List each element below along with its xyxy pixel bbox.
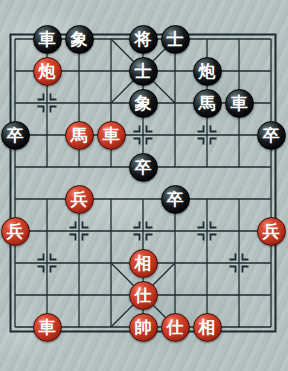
black-soldier[interactable]: 卒	[161, 185, 190, 214]
black-soldier[interactable]: 卒	[1, 121, 30, 150]
red-soldier[interactable]: 兵	[65, 185, 94, 214]
red-cannon[interactable]: 炮	[33, 57, 62, 86]
red-chariot[interactable]: 車	[97, 121, 126, 150]
piece-layer: 車象将士炮士炮象馬車卒馬車卒卒兵卒兵兵相仕車帥仕相	[0, 23, 287, 343]
red-soldier[interactable]: 兵	[257, 217, 286, 246]
black-elephant[interactable]: 象	[129, 89, 158, 118]
black-soldier[interactable]: 卒	[129, 153, 158, 182]
black-chariot[interactable]: 車	[225, 89, 254, 118]
black-cannon[interactable]: 炮	[193, 57, 222, 86]
black-elephant[interactable]: 象	[65, 25, 94, 54]
black-chariot[interactable]: 車	[33, 25, 62, 54]
black-general[interactable]: 将	[129, 25, 158, 54]
red-soldier[interactable]: 兵	[1, 217, 30, 246]
black-horse[interactable]: 馬	[193, 89, 222, 118]
red-elephant[interactable]: 相	[193, 313, 222, 342]
black-advisor[interactable]: 士	[129, 57, 158, 86]
red-advisor[interactable]: 仕	[129, 281, 158, 310]
red-general[interactable]: 帥	[129, 313, 158, 342]
black-soldier[interactable]: 卒	[257, 121, 286, 150]
xiangqi-board-screen: 車象将士炮士炮象馬車卒馬車卒卒兵卒兵兵相仕車帥仕相	[0, 0, 288, 371]
red-advisor[interactable]: 仕	[161, 313, 190, 342]
black-advisor[interactable]: 士	[161, 25, 190, 54]
red-elephant[interactable]: 相	[129, 249, 158, 278]
red-horse[interactable]: 馬	[65, 121, 94, 150]
red-chariot[interactable]: 車	[33, 313, 62, 342]
